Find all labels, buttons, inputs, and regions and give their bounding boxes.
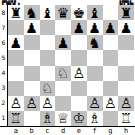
piece-black-rook: ♜ [10, 5, 23, 19]
square-c2[interactable]: ♙ [40, 96, 56, 111]
piece-white-bishop: ♗ [41, 111, 54, 125]
square-e1[interactable]: ♔ [71, 111, 87, 126]
square-d8[interactable]: ♛ [55, 5, 71, 20]
piece-white-pawn: ♙ [41, 96, 54, 110]
square-h2[interactable]: ♙ [118, 96, 134, 111]
piece-black-rook: ♜ [120, 5, 133, 19]
square-d3[interactable] [55, 81, 71, 96]
square-c6[interactable] [40, 35, 56, 50]
square-h6[interactable] [118, 35, 134, 50]
piece-white-rook: ♖ [120, 111, 133, 125]
square-a5[interactable] [8, 50, 24, 65]
square-a4[interactable] [8, 66, 24, 81]
square-h8[interactable]: ♜ [118, 5, 134, 20]
square-a2[interactable]: ♙ [8, 96, 24, 111]
square-b6[interactable] [24, 35, 40, 50]
rank-label-3: 3 [0, 81, 7, 96]
square-b5[interactable] [24, 50, 40, 65]
square-d6[interactable]: ♟ [55, 35, 71, 50]
square-b3[interactable] [24, 81, 40, 96]
piece-white-queen: ♕ [57, 111, 70, 125]
piece-black-bishop: ♝ [41, 5, 54, 19]
square-h1[interactable]: ♖ [118, 111, 134, 126]
piece-white-pawn: ♙ [104, 96, 117, 110]
square-a3[interactable] [8, 81, 24, 96]
piece-black-pawn: ♟ [104, 20, 117, 34]
square-e3[interactable] [71, 81, 87, 96]
piece-black-pawn: ♟ [25, 20, 38, 34]
piece-black-pawn: ♟ [57, 35, 70, 49]
piece-white-bishop: ♗ [88, 111, 101, 125]
square-e5[interactable] [71, 50, 87, 65]
square-b7[interactable]: ♟ [24, 20, 40, 35]
square-d7[interactable] [55, 20, 71, 35]
square-h3[interactable] [118, 81, 134, 96]
piece-white-pawn: ♙ [10, 96, 23, 110]
square-h5[interactable] [118, 50, 134, 65]
piece-black-pawn: ♟ [73, 20, 86, 34]
square-e7[interactable]: ♟ [71, 20, 87, 35]
piece-black-pawn: ♟ [10, 35, 23, 49]
rank-label-6: 6 [0, 35, 7, 50]
file-label-g: g [103, 127, 119, 135]
square-d1[interactable]: ♕ [55, 111, 71, 126]
square-g1[interactable] [103, 111, 119, 126]
piece-white-king: ♔ [73, 111, 86, 125]
square-f5[interactable] [87, 50, 103, 65]
file-label-f: f [87, 127, 103, 135]
file-label-d: d [55, 127, 71, 135]
piece-black-knight: ♞ [88, 35, 101, 49]
square-g8[interactable] [103, 5, 119, 20]
square-a6[interactable]: ♟ [8, 35, 24, 50]
square-d4[interactable]: ♘ [55, 66, 71, 81]
piece-black-pawn: ♟ [88, 20, 101, 34]
square-h7[interactable]: ♟ [118, 20, 134, 35]
file-label-c: c [40, 127, 56, 135]
square-b8[interactable]: ♞ [24, 5, 40, 20]
rank-label-4: 4 [0, 66, 7, 81]
file-label-e: e [71, 127, 87, 135]
square-a7[interactable] [8, 20, 24, 35]
piece-white-pawn: ♙ [120, 96, 133, 110]
square-c7[interactable] [40, 20, 56, 35]
square-g4[interactable] [103, 66, 119, 81]
square-c1[interactable]: ♗ [40, 111, 56, 126]
rank-label-5: 5 [0, 50, 7, 65]
piece-black-knight: ♞ [25, 5, 38, 19]
piece-black-bishop: ♝ [88, 5, 101, 19]
piece-white-pawn: ♙ [88, 96, 101, 110]
square-b2[interactable]: ♙ [24, 96, 40, 111]
square-f4[interactable] [87, 66, 103, 81]
square-f2[interactable]: ♙ [87, 96, 103, 111]
square-f1[interactable]: ♗ [87, 111, 103, 126]
piece-white-knight: ♘ [41, 81, 54, 95]
square-c8[interactable]: ♝ [40, 5, 56, 20]
square-a8[interactable]: ♜ [8, 5, 24, 20]
square-h4[interactable] [118, 66, 134, 81]
board-area: 87654321 ♜♞♝♛♚♝♜♟♟♟♟♟♟♟♞♘♙♘♙♙♙♙♙♙♖♗♕♔♗♖ [0, 5, 135, 127]
rank-label-2: 2 [0, 96, 7, 111]
square-g6[interactable] [103, 35, 119, 50]
square-g2[interactable]: ♙ [103, 96, 119, 111]
square-f3[interactable] [87, 81, 103, 96]
square-b1[interactable] [24, 111, 40, 126]
square-c4[interactable] [40, 66, 56, 81]
square-d2[interactable] [55, 96, 71, 111]
square-c3[interactable]: ♘ [40, 81, 56, 96]
piece-white-pawn: ♙ [25, 96, 38, 110]
rank-label-8: 8 [0, 5, 7, 20]
piece-white-rook: ♖ [10, 111, 23, 125]
square-g7[interactable]: ♟ [103, 20, 119, 35]
piece-white-knight: ♘ [57, 66, 70, 80]
square-e6[interactable] [71, 35, 87, 50]
square-g3[interactable] [103, 81, 119, 96]
square-b4[interactable] [24, 66, 40, 81]
chess-diagram: ▛▀▆▙▀▟▘▗ ∷ ▙▀▛▜▖▙▖ 87654321 ♜♞♝♛♚♝♜♟♟♟♟♟… [0, 0, 135, 135]
square-g5[interactable] [103, 50, 119, 65]
piece-black-queen: ♛ [57, 5, 70, 19]
rank-label-1: 1 [0, 111, 7, 126]
square-e2[interactable] [71, 96, 87, 111]
square-c5[interactable] [40, 50, 56, 65]
square-e4[interactable]: ♙ [71, 66, 87, 81]
file-labels: abcdefgh [8, 127, 134, 135]
piece-black-king: ♚ [73, 5, 86, 19]
square-f8[interactable]: ♝ [87, 5, 103, 20]
square-f6[interactable]: ♞ [87, 35, 103, 50]
file-label-h: h [118, 127, 134, 135]
square-f7[interactable]: ♟ [87, 20, 103, 35]
file-label-b: b [24, 127, 40, 135]
piece-white-pawn: ♙ [73, 66, 86, 80]
square-a1[interactable]: ♖ [8, 111, 24, 126]
board: ♜♞♝♛♚♝♜♟♟♟♟♟♟♟♞♘♙♘♙♙♙♙♙♙♖♗♕♔♗♖ [8, 5, 134, 126]
piece-black-pawn: ♟ [120, 20, 133, 34]
file-label-a: a [8, 127, 24, 135]
square-d5[interactable] [55, 50, 71, 65]
rank-labels: 87654321 [0, 5, 8, 126]
square-e8[interactable]: ♚ [71, 5, 87, 20]
rank-label-7: 7 [0, 20, 7, 35]
